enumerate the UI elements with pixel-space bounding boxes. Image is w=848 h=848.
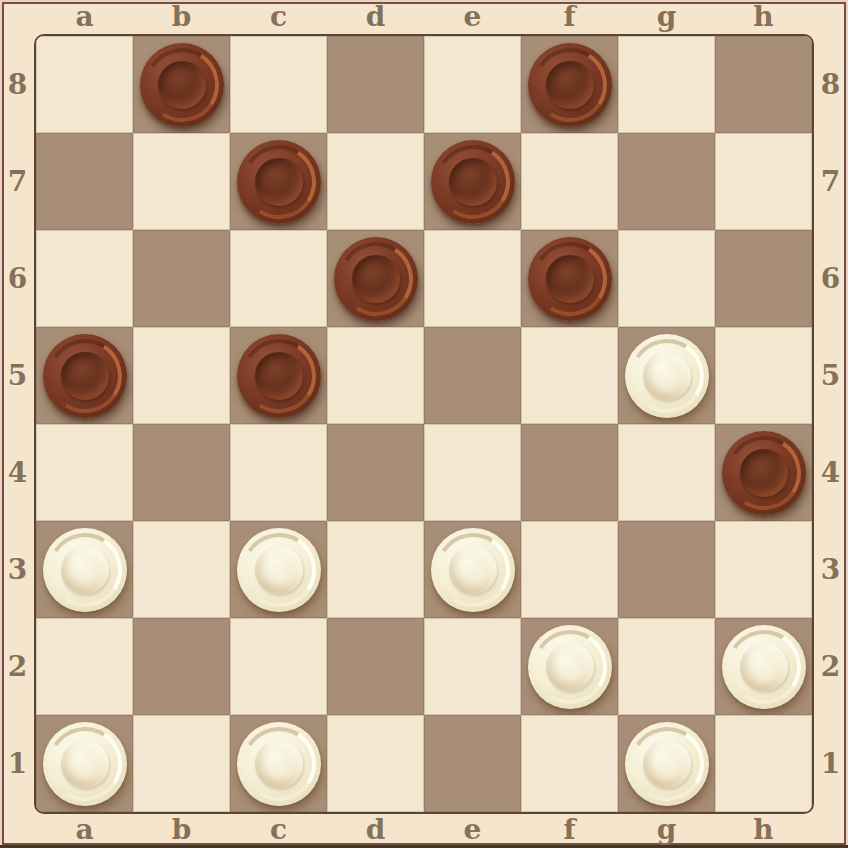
square-g8[interactable] [618, 36, 715, 133]
rank-label-2: 2 [2, 618, 33, 715]
checker-dark-c5[interactable] [237, 334, 321, 418]
square-a8[interactable] [36, 36, 133, 133]
square-f6[interactable] [521, 230, 618, 327]
checker-white-f2[interactable] [528, 625, 612, 709]
square-g3[interactable] [618, 521, 715, 618]
checker-dome [449, 158, 497, 206]
rank-label-7: 7 [815, 133, 846, 230]
checker-white-e3[interactable] [431, 528, 515, 612]
rank-label-3: 3 [2, 521, 33, 618]
square-c6[interactable] [230, 230, 327, 327]
checker-dome [740, 449, 788, 497]
checker-dome [255, 546, 303, 594]
board [34, 34, 814, 814]
square-g4[interactable] [618, 424, 715, 521]
rank-label-2: 2 [815, 618, 846, 715]
checker-dome [255, 352, 303, 400]
checker-dome [255, 740, 303, 788]
square-d7[interactable] [327, 133, 424, 230]
square-h6[interactable] [715, 230, 812, 327]
rank-label-1: 1 [2, 715, 33, 812]
square-d5[interactable] [327, 327, 424, 424]
square-f5[interactable] [521, 327, 618, 424]
square-a6[interactable] [36, 230, 133, 327]
checker-dome [546, 255, 594, 303]
square-e3[interactable] [424, 521, 521, 618]
square-g7[interactable] [618, 133, 715, 230]
square-a5[interactable] [36, 327, 133, 424]
square-d3[interactable] [327, 521, 424, 618]
file-label-e: e [424, 1, 521, 32]
file-label-a: a [36, 1, 133, 32]
file-label-d: d [327, 1, 424, 32]
square-f3[interactable] [521, 521, 618, 618]
file-label-h: h [715, 1, 812, 32]
square-d4[interactable] [327, 424, 424, 521]
square-d1[interactable] [327, 715, 424, 812]
file-label-c: c [230, 1, 327, 32]
file-label-c: c [230, 814, 327, 845]
file-label-h: h [715, 814, 812, 845]
square-f4[interactable] [521, 424, 618, 521]
square-b3[interactable] [133, 521, 230, 618]
checker-dark-f6[interactable] [528, 237, 612, 321]
square-b6[interactable] [133, 230, 230, 327]
checker-dome [61, 352, 109, 400]
square-e6[interactable] [424, 230, 521, 327]
rank-label-6: 6 [2, 230, 33, 327]
square-e8[interactable] [424, 36, 521, 133]
checker-dark-h4[interactable] [722, 431, 806, 515]
checker-dark-d6[interactable] [334, 237, 418, 321]
checker-white-a1[interactable] [43, 722, 127, 806]
square-a7[interactable] [36, 133, 133, 230]
square-c7[interactable] [230, 133, 327, 230]
file-label-a: a [36, 814, 133, 845]
checker-white-g1[interactable] [625, 722, 709, 806]
square-h4[interactable] [715, 424, 812, 521]
square-f1[interactable] [521, 715, 618, 812]
file-labels-bottom: abcdefgh [36, 814, 812, 845]
file-label-d: d [327, 814, 424, 845]
square-h1[interactable] [715, 715, 812, 812]
square-a3[interactable] [36, 521, 133, 618]
rank-label-6: 6 [815, 230, 846, 327]
file-label-g: g [618, 814, 715, 845]
square-d2[interactable] [327, 618, 424, 715]
square-a2[interactable] [36, 618, 133, 715]
square-h5[interactable] [715, 327, 812, 424]
checkers-app: abcdefgh abcdefgh 87654321 87654321 [0, 0, 848, 848]
checker-white-g5[interactable] [625, 334, 709, 418]
square-h2[interactable] [715, 618, 812, 715]
square-e4[interactable] [424, 424, 521, 521]
checker-dome [255, 158, 303, 206]
square-h3[interactable] [715, 521, 812, 618]
square-g2[interactable] [618, 618, 715, 715]
file-label-f: f [521, 1, 618, 32]
rank-label-3: 3 [815, 521, 846, 618]
square-c8[interactable] [230, 36, 327, 133]
rank-labels-right: 87654321 [815, 36, 846, 812]
checker-dark-c7[interactable] [237, 140, 321, 224]
checker-dome [352, 255, 400, 303]
square-b4[interactable] [133, 424, 230, 521]
checker-dome [61, 546, 109, 594]
file-label-b: b [133, 814, 230, 845]
file-label-e: e [424, 814, 521, 845]
rank-label-4: 4 [2, 424, 33, 521]
file-label-g: g [618, 1, 715, 32]
square-b2[interactable] [133, 618, 230, 715]
checker-dark-b8[interactable] [140, 43, 224, 127]
checker-white-c1[interactable] [237, 722, 321, 806]
square-c2[interactable] [230, 618, 327, 715]
square-e1[interactable] [424, 715, 521, 812]
square-a1[interactable] [36, 715, 133, 812]
rank-label-5: 5 [2, 327, 33, 424]
checker-dome [449, 546, 497, 594]
checker-white-a3[interactable] [43, 528, 127, 612]
square-e2[interactable] [424, 618, 521, 715]
checker-dome [546, 643, 594, 691]
checker-dome [643, 352, 691, 400]
square-c4[interactable] [230, 424, 327, 521]
square-b1[interactable] [133, 715, 230, 812]
file-labels-top: abcdefgh [36, 1, 812, 32]
square-f8[interactable] [521, 36, 618, 133]
rank-labels-left: 87654321 [2, 36, 33, 812]
checker-dome [61, 740, 109, 788]
square-h8[interactable] [715, 36, 812, 133]
square-g1[interactable] [618, 715, 715, 812]
square-b8[interactable] [133, 36, 230, 133]
square-c3[interactable] [230, 521, 327, 618]
checker-dark-f8[interactable] [528, 43, 612, 127]
checker-dark-e7[interactable] [431, 140, 515, 224]
square-g6[interactable] [618, 230, 715, 327]
square-d8[interactable] [327, 36, 424, 133]
square-f7[interactable] [521, 133, 618, 230]
square-e5[interactable] [424, 327, 521, 424]
rank-label-1: 1 [815, 715, 846, 812]
square-c1[interactable] [230, 715, 327, 812]
rank-label-5: 5 [815, 327, 846, 424]
square-a4[interactable] [36, 424, 133, 521]
rank-label-8: 8 [815, 36, 846, 133]
square-c5[interactable] [230, 327, 327, 424]
checker-white-h2[interactable] [722, 625, 806, 709]
rank-label-8: 8 [2, 36, 33, 133]
file-label-f: f [521, 814, 618, 845]
file-label-b: b [133, 1, 230, 32]
checker-dome [546, 61, 594, 109]
square-b5[interactable] [133, 327, 230, 424]
rank-label-4: 4 [815, 424, 846, 521]
square-b7[interactable] [133, 133, 230, 230]
checker-white-c3[interactable] [237, 528, 321, 612]
checker-dome [643, 740, 691, 788]
checker-dome [740, 643, 788, 691]
square-g5[interactable] [618, 327, 715, 424]
square-d6[interactable] [327, 230, 424, 327]
square-f2[interactable] [521, 618, 618, 715]
checker-dome [158, 61, 206, 109]
square-h7[interactable] [715, 133, 812, 230]
checker-dark-a5[interactable] [43, 334, 127, 418]
square-e7[interactable] [424, 133, 521, 230]
rank-label-7: 7 [2, 133, 33, 230]
